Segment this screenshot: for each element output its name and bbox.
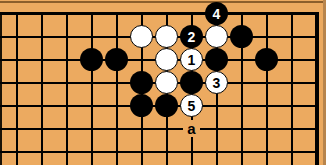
stone-black <box>255 48 278 71</box>
intersection <box>204 48 229 71</box>
stone-white <box>155 25 178 48</box>
intersection <box>204 25 229 48</box>
intersection: 4 <box>204 2 229 25</box>
point-label-a: a <box>183 120 200 137</box>
stone-white-move-1: 1 <box>180 48 203 71</box>
intersection <box>154 25 179 48</box>
stone-black-move-4: 4 <box>205 2 228 25</box>
intersection <box>129 25 154 48</box>
intersection <box>229 25 254 48</box>
go-board-diagram: 42135a <box>0 0 326 165</box>
intersection <box>129 94 154 117</box>
intersection <box>254 48 279 71</box>
stone-black <box>130 71 153 94</box>
intersection <box>129 71 154 94</box>
stone-white <box>130 25 153 48</box>
intersection <box>154 48 179 71</box>
intersection <box>179 71 204 94</box>
stone-black <box>230 25 253 48</box>
stone-black <box>205 48 228 71</box>
intersection <box>154 71 179 94</box>
stone-black <box>130 94 153 117</box>
stone-black-move-2: 2 <box>180 25 203 48</box>
intersection: 3 <box>204 71 229 94</box>
stone-white <box>155 71 178 94</box>
stone-white-move-3: 3 <box>205 71 228 94</box>
intersection <box>104 48 129 71</box>
intersection <box>79 48 104 71</box>
stone-black <box>180 71 203 94</box>
grid-hline <box>0 151 319 153</box>
stone-white <box>205 25 228 48</box>
intersection: 2 <box>179 25 204 48</box>
stone-black <box>80 48 103 71</box>
stone-black <box>105 48 128 71</box>
intersection: 5 <box>179 94 204 117</box>
stone-white-move-5: 5 <box>180 94 203 117</box>
intersection: 1 <box>179 48 204 71</box>
grid-hline <box>0 128 319 130</box>
board-edge-top <box>0 12 319 15</box>
intersection <box>154 94 179 117</box>
stone-white <box>155 48 178 71</box>
stone-black <box>155 94 178 117</box>
